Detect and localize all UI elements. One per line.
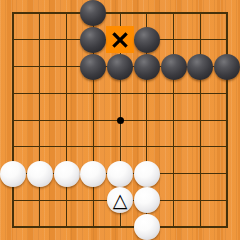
- white-stone: [134, 161, 160, 187]
- black-stone: [80, 54, 106, 80]
- grid-line-horizontal: [12, 146, 228, 147]
- star-point: [117, 117, 124, 124]
- black-stone: [161, 54, 187, 80]
- black-stone: [214, 54, 240, 80]
- grid-line-vertical: [226, 12, 228, 228]
- white-stone: [107, 187, 133, 213]
- grid-line-vertical: [200, 12, 201, 228]
- white-stone: [54, 161, 80, 187]
- white-stone: [80, 161, 106, 187]
- black-stone: [134, 27, 160, 53]
- black-stone: [134, 54, 160, 80]
- black-stone: [80, 0, 106, 26]
- white-stone: [27, 161, 53, 187]
- white-stone: [134, 214, 160, 240]
- white-stone: [0, 161, 26, 187]
- go-board[interactable]: △: [0, 0, 240, 240]
- grid-line-horizontal: [12, 226, 228, 228]
- white-stone: [107, 161, 133, 187]
- highlighted-point[interactable]: [106, 26, 134, 53]
- grid-line-vertical: [173, 12, 174, 228]
- white-stone: [134, 187, 160, 213]
- black-stone: [80, 27, 106, 53]
- black-stone: [187, 54, 213, 80]
- black-stone: [107, 54, 133, 80]
